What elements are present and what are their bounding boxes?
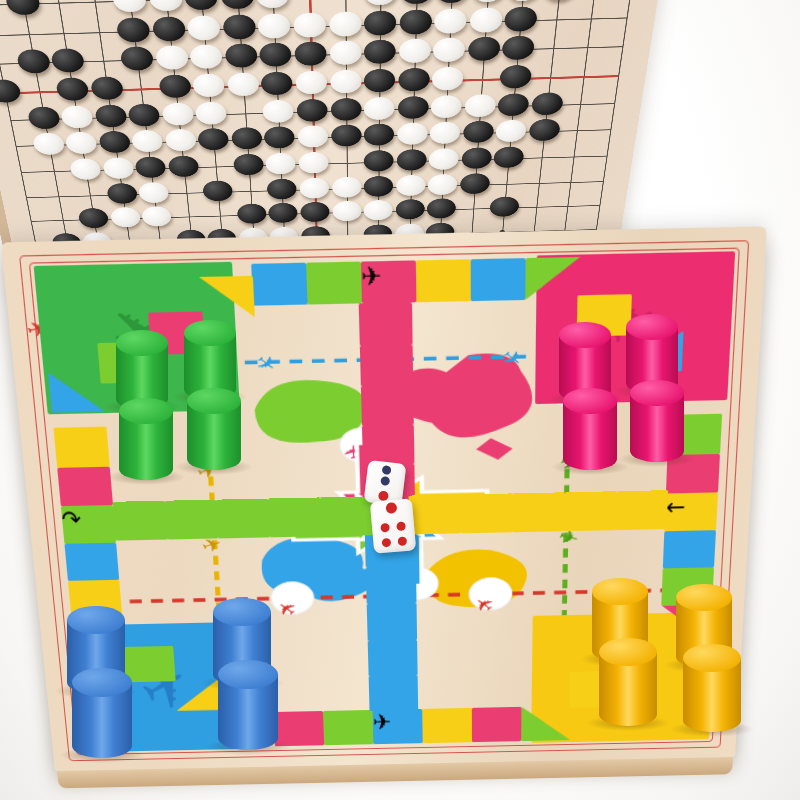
track-cell-green[interactable] bbox=[123, 646, 176, 683]
black-go-stone[interactable] bbox=[399, 9, 432, 35]
white-go-stone[interactable] bbox=[192, 73, 225, 97]
black-go-stone[interactable] bbox=[26, 106, 61, 129]
black-go-stone[interactable] bbox=[364, 150, 394, 172]
cell-circle bbox=[512, 493, 564, 494]
black-go-stone[interactable] bbox=[158, 74, 192, 98]
track-cell-green[interactable] bbox=[97, 342, 154, 384]
track-cell-green[interactable] bbox=[662, 568, 715, 606]
white-go-stone[interactable] bbox=[161, 102, 194, 125]
track-cell-blue[interactable]: ✈ bbox=[372, 709, 422, 745]
white-go-stone[interactable] bbox=[298, 152, 328, 174]
white-go-stone[interactable] bbox=[155, 46, 189, 71]
black-go-stone[interactable] bbox=[331, 125, 361, 148]
ludo-board-area: ✈✈✈✈✈✈✈✈✈✈✈✈✈✈✈✈✈✈✈✈✈✈↑ ✈✈✈✈✈✈↷← bbox=[1, 226, 767, 772]
black-go-stone[interactable] bbox=[364, 40, 396, 65]
track-cell-green[interactable] bbox=[323, 710, 373, 746]
white-go-stone[interactable] bbox=[112, 0, 148, 12]
black-go-stone[interactable] bbox=[504, 6, 538, 32]
white-go-stone[interactable] bbox=[329, 11, 361, 37]
cell-circle bbox=[269, 498, 321, 499]
white-go-stone[interactable] bbox=[397, 123, 428, 146]
black-go-stone[interactable] bbox=[493, 146, 525, 168]
black-go-stone[interactable] bbox=[184, 0, 219, 10]
black-go-stone[interactable] bbox=[528, 119, 561, 142]
white-go-stone[interactable] bbox=[428, 174, 458, 195]
cell-circle bbox=[365, 566, 416, 567]
cell-circle bbox=[525, 258, 556, 282]
black-go-stone[interactable] bbox=[330, 97, 361, 120]
white-go-stone[interactable] bbox=[332, 176, 361, 197]
white-go-stone[interactable] bbox=[141, 206, 172, 227]
white-go-stone[interactable] bbox=[31, 133, 65, 155]
black-go-stone[interactable] bbox=[502, 36, 536, 61]
black-go-stone[interactable] bbox=[396, 149, 426, 171]
black-go-stone[interactable] bbox=[167, 155, 199, 177]
track-cell-blue[interactable] bbox=[663, 530, 716, 568]
white-go-stone[interactable] bbox=[227, 72, 260, 96]
track-cell-yellow[interactable] bbox=[53, 427, 109, 467]
black-go-stone[interactable] bbox=[427, 198, 457, 219]
black-go-stone[interactable] bbox=[267, 178, 297, 199]
track-cell-pink[interactable] bbox=[57, 466, 113, 506]
black-go-stone[interactable] bbox=[106, 183, 138, 204]
cell-circle bbox=[71, 617, 101, 638]
black-go-stone[interactable] bbox=[294, 42, 326, 67]
white-go-stone[interactable] bbox=[190, 45, 224, 70]
black-go-stone[interactable] bbox=[462, 121, 494, 144]
track-cell-yellow[interactable] bbox=[569, 671, 620, 707]
yellow-runway-cell[interactable] bbox=[564, 492, 617, 531]
black-go-stone[interactable] bbox=[364, 124, 394, 147]
red-takeoff-arrow-icon: ↷ bbox=[60, 506, 82, 533]
black-go-stone[interactable] bbox=[467, 37, 500, 62]
track-cell-pink[interactable] bbox=[148, 312, 205, 354]
black-go-stone[interactable] bbox=[55, 77, 90, 101]
black-go-stone[interactable] bbox=[237, 204, 267, 225]
cell-circle bbox=[64, 543, 116, 544]
track-cell-pink[interactable] bbox=[472, 706, 522, 742]
black-go-stone[interactable] bbox=[127, 103, 160, 126]
cell-circle bbox=[148, 312, 202, 313]
black-go-stone[interactable] bbox=[233, 154, 264, 176]
blue-runway-cell[interactable] bbox=[365, 566, 417, 604]
white-go-stone[interactable] bbox=[164, 129, 196, 152]
black-go-stone[interactable] bbox=[231, 127, 263, 150]
white-go-stone[interactable] bbox=[64, 132, 98, 154]
white-go-stone[interactable] bbox=[430, 122, 461, 145]
black-go-stone[interactable] bbox=[264, 126, 295, 149]
cell-circle bbox=[164, 500, 216, 501]
yellow-runway-cell[interactable] bbox=[460, 494, 512, 533]
white-go-stone[interactable] bbox=[187, 15, 221, 40]
white-go-stone[interactable] bbox=[330, 69, 361, 93]
white-go-stone[interactable] bbox=[364, 0, 397, 5]
cell-circle bbox=[306, 262, 361, 263]
track-cell-yellow[interactable] bbox=[422, 708, 472, 744]
white-go-stone[interactable] bbox=[431, 95, 463, 118]
blue-runway-cell[interactable] bbox=[368, 675, 419, 711]
white-go-stone[interactable] bbox=[364, 96, 395, 119]
white-go-stone[interactable] bbox=[102, 157, 135, 179]
yellow-runway-cell[interactable] bbox=[615, 491, 668, 530]
white-go-stone[interactable] bbox=[293, 12, 326, 38]
track-cell-blue[interactable] bbox=[64, 543, 119, 581]
black-go-stone[interactable] bbox=[261, 71, 293, 95]
cell-circle bbox=[53, 427, 106, 428]
black-go-stone[interactable] bbox=[497, 93, 530, 116]
cell-circle bbox=[663, 568, 714, 569]
cell-circle bbox=[617, 491, 669, 492]
black-go-stone[interactable] bbox=[500, 65, 533, 89]
black-go-stone[interactable] bbox=[94, 104, 128, 127]
black-go-stone[interactable] bbox=[202, 180, 233, 201]
track-cell-yellow[interactable]: ← bbox=[665, 492, 719, 531]
black-go-stone[interactable] bbox=[364, 175, 394, 196]
white-go-stone[interactable] bbox=[495, 120, 527, 143]
black-go-stone[interactable] bbox=[15, 49, 51, 74]
black-go-stone[interactable] bbox=[459, 173, 490, 194]
green-runway-cell[interactable] bbox=[321, 497, 374, 536]
black-go-stone[interactable] bbox=[531, 92, 564, 115]
black-go-stone[interactable] bbox=[296, 98, 327, 121]
yellow-runway-cell[interactable] bbox=[408, 495, 460, 534]
black-go-stone[interactable] bbox=[50, 48, 86, 73]
white-go-stone[interactable] bbox=[297, 125, 328, 148]
blue-hangar[interactable]: ✈ bbox=[68, 622, 258, 753]
white-go-stone[interactable] bbox=[295, 70, 327, 94]
black-go-stone[interactable] bbox=[78, 208, 110, 229]
white-go-stone[interactable] bbox=[332, 201, 361, 222]
pink-runway-cell[interactable] bbox=[360, 385, 414, 426]
black-go-stone[interactable] bbox=[220, 0, 254, 9]
black-go-stone[interactable] bbox=[300, 202, 329, 223]
white-go-stone[interactable] bbox=[432, 67, 464, 91]
white-go-stone[interactable] bbox=[109, 207, 141, 228]
black-go-stone[interactable] bbox=[222, 14, 256, 40]
white-go-stone[interactable] bbox=[464, 94, 496, 117]
white-go-stone[interactable] bbox=[429, 148, 460, 170]
black-go-stone[interactable] bbox=[435, 0, 469, 3]
black-go-stone[interactable] bbox=[489, 197, 520, 218]
white-go-stone[interactable] bbox=[60, 105, 94, 128]
white-go-stone[interactable] bbox=[69, 158, 102, 180]
track-cell-green[interactable]: ↷ bbox=[60, 505, 115, 544]
product-photo-scene: ✈✈✈✈✈✈✈✈✈✈✈✈✈✈✈✈✈✈✈✈✈✈↑ ✈✈✈✈✈✈↷← bbox=[0, 0, 800, 800]
track-cell-blue[interactable] bbox=[251, 263, 307, 306]
cell-circle bbox=[578, 294, 632, 295]
track-cell-blue[interactable] bbox=[471, 258, 526, 301]
cell-circle bbox=[360, 385, 413, 386]
black-go-stone[interactable] bbox=[398, 68, 430, 92]
cell-circle bbox=[665, 530, 717, 531]
white-go-stone[interactable] bbox=[131, 130, 164, 152]
cell-circle bbox=[460, 494, 512, 495]
black-go-stone[interactable] bbox=[98, 131, 131, 153]
white-go-stone[interactable] bbox=[195, 101, 228, 124]
pink-hangar[interactable]: ✈ bbox=[535, 251, 735, 404]
small-plane-icon: ✈ bbox=[192, 458, 222, 483]
cell-circle bbox=[570, 671, 620, 672]
cell-circle bbox=[358, 303, 412, 304]
cell-circle bbox=[362, 464, 414, 465]
cell-circle bbox=[321, 497, 373, 498]
track-cell-pink[interactable] bbox=[273, 711, 324, 747]
red-plane-icon: ✈ bbox=[361, 261, 382, 291]
black-go-stone[interactable] bbox=[364, 10, 396, 36]
cell-circle bbox=[471, 258, 526, 259]
black-go-stone[interactable] bbox=[198, 128, 230, 151]
black-go-stone[interactable] bbox=[89, 76, 123, 100]
green-runway-cell[interactable] bbox=[112, 501, 167, 540]
black-go-stone[interactable] bbox=[134, 156, 166, 178]
red-left-arrow-icon: ← bbox=[665, 493, 686, 520]
white-go-stone[interactable] bbox=[263, 99, 295, 122]
white-go-stone[interactable] bbox=[434, 8, 467, 34]
green-runway-cell[interactable] bbox=[269, 498, 322, 537]
cell-circle bbox=[408, 495, 460, 496]
red-up-plane-icon: ✈ bbox=[372, 709, 391, 734]
black-go-stone[interactable] bbox=[4, 0, 41, 15]
white-go-stone[interactable] bbox=[433, 38, 466, 63]
black-go-stone[interactable] bbox=[116, 17, 151, 42]
white-go-stone[interactable] bbox=[506, 0, 541, 1]
white-go-stone[interactable] bbox=[258, 13, 291, 39]
black-go-stone[interactable] bbox=[461, 147, 492, 169]
white-go-stone[interactable] bbox=[138, 182, 170, 203]
track-cell-green[interactable] bbox=[306, 262, 362, 305]
black-go-stone[interactable] bbox=[268, 203, 298, 224]
track-cell-yellow[interactable] bbox=[68, 580, 122, 618]
white-go-stone[interactable] bbox=[299, 177, 329, 198]
white-go-stone[interactable] bbox=[266, 153, 297, 175]
cell-circle bbox=[366, 603, 417, 604]
track-cell-yellow[interactable] bbox=[416, 259, 471, 302]
cell-circle bbox=[361, 425, 414, 426]
white-go-stone[interactable] bbox=[329, 41, 361, 66]
small-plane-icon: ✈ bbox=[555, 451, 585, 476]
white-go-stone[interactable] bbox=[256, 0, 290, 8]
black-go-stone[interactable] bbox=[120, 46, 155, 71]
cell-circle bbox=[670, 414, 723, 415]
track-cell-yellow[interactable] bbox=[577, 294, 632, 337]
blue-runway-cell[interactable] bbox=[366, 603, 417, 640]
black-go-stone[interactable] bbox=[397, 96, 428, 119]
track-cell-pink[interactable] bbox=[666, 453, 720, 493]
white-go-stone[interactable] bbox=[398, 39, 430, 64]
small-plane-icon: ✈ bbox=[248, 350, 284, 377]
black-go-stone[interactable] bbox=[224, 44, 257, 69]
cell-circle bbox=[68, 580, 119, 581]
track-cell-pink[interactable]: ✈ bbox=[361, 260, 416, 303]
cell-circle bbox=[112, 501, 164, 502]
black-go-stone[interactable] bbox=[364, 69, 395, 93]
white-go-stone[interactable] bbox=[148, 0, 183, 11]
pink-runway-cell[interactable] bbox=[359, 344, 413, 386]
black-go-stone[interactable] bbox=[395, 199, 424, 220]
cell-circle bbox=[123, 646, 173, 647]
yellow-runway-cell[interactable] bbox=[512, 493, 564, 532]
black-go-stone[interactable] bbox=[400, 0, 433, 4]
white-go-stone[interactable] bbox=[396, 174, 426, 195]
black-go-stone[interactable] bbox=[151, 16, 186, 41]
cell-circle bbox=[216, 499, 268, 500]
ludo-board[interactable]: ✈✈✈✈✈✈✈✈✈✈✈✈✈✈✈✈✈✈✈✈✈✈↑ ✈✈✈✈✈✈↷← bbox=[1, 226, 767, 772]
green-runway-cell[interactable] bbox=[216, 499, 270, 538]
pink-runway-cell[interactable] bbox=[361, 425, 415, 465]
cell-circle bbox=[251, 263, 306, 264]
cell-circle bbox=[564, 492, 616, 493]
black-go-stone[interactable] bbox=[259, 43, 292, 68]
green-runway-cell[interactable] bbox=[164, 500, 218, 539]
yellow-hangar[interactable]: ✈ bbox=[531, 612, 715, 743]
black-go-stone[interactable] bbox=[0, 79, 22, 103]
blue-runway-cell[interactable] bbox=[367, 639, 418, 676]
cell-circle bbox=[416, 259, 471, 260]
white-go-stone[interactable] bbox=[364, 200, 393, 221]
pink-runway-cell[interactable] bbox=[358, 303, 413, 346]
track-cell-green[interactable] bbox=[668, 414, 723, 455]
cell-circle bbox=[368, 675, 418, 676]
white-go-stone[interactable] bbox=[469, 7, 503, 33]
